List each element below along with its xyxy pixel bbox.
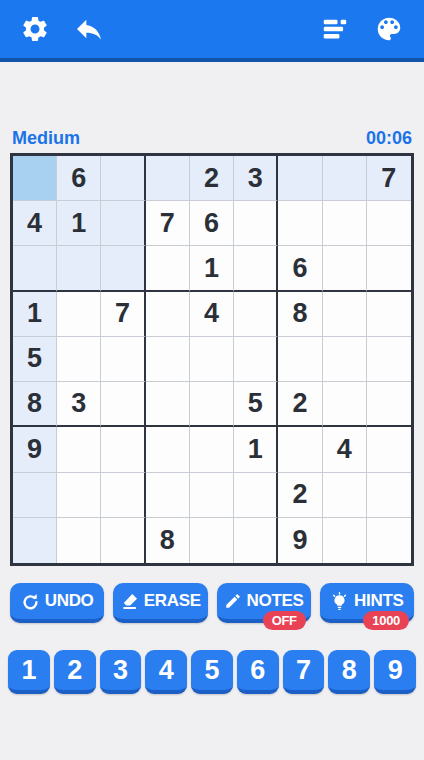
cell-r6c2[interactable]: 3 [57,382,101,427]
theme-button[interactable] [372,12,406,46]
cell-r7c4[interactable] [146,427,190,472]
cell-r7c2[interactable] [57,427,101,472]
numpad-key-1[interactable]: 1 [8,650,50,694]
cell-r1c5[interactable]: 2 [190,156,234,201]
pencil-icon [224,592,242,610]
cell-r9c6[interactable] [234,518,278,563]
sudoku-grid: 6237417616174858352914289 [10,153,414,566]
undo-button[interactable]: UNDO [10,583,104,623]
numpad-key-4[interactable]: 4 [145,650,187,694]
cell-r3c6[interactable] [234,246,278,291]
cell-r1c7[interactable] [278,156,322,201]
notes-label: NOTES [247,591,304,611]
cell-r2c1[interactable]: 4 [13,201,57,246]
cell-r4c1[interactable]: 1 [13,292,57,337]
cell-r5c4[interactable] [146,337,190,382]
gear-icon [20,14,50,44]
settings-button[interactable] [18,12,52,46]
cell-r8c9[interactable] [367,473,411,518]
cell-r5c5[interactable] [190,337,234,382]
cell-r4c8[interactable] [323,292,367,337]
stats-list-icon [320,14,350,44]
cell-r2c6[interactable] [234,201,278,246]
cell-r4c5[interactable]: 4 [190,292,234,337]
cell-r8c1[interactable] [13,473,57,518]
cell-r6c3[interactable] [101,382,145,427]
cell-r3c3[interactable] [101,246,145,291]
cell-r1c9[interactable]: 7 [367,156,411,201]
cell-r9c1[interactable] [13,518,57,563]
cell-r8c8[interactable] [323,473,367,518]
undo-icon [21,592,40,611]
cell-r8c4[interactable] [146,473,190,518]
cell-r5c7[interactable] [278,337,322,382]
app-bar [0,0,424,62]
notes-button[interactable]: NOTES OFF [217,583,311,623]
hints-button[interactable]: HINTS 1000 [320,583,414,623]
cell-r7c3[interactable] [101,427,145,472]
back-button[interactable] [72,12,106,46]
cell-r8c2[interactable] [57,473,101,518]
cell-r4c6[interactable] [234,292,278,337]
palette-icon [374,14,404,44]
cell-r7c5[interactable] [190,427,234,472]
hints-label: HINTS [354,591,404,611]
toolbar: UNDO ERASE NOTES OFF HINTS 1000 [10,583,414,623]
cell-r6c9[interactable] [367,382,411,427]
back-arrow-icon [73,13,105,45]
cell-r5c3[interactable] [101,337,145,382]
cell-r4c2[interactable] [57,292,101,337]
lightbulb-icon [330,592,349,611]
cell-r3c8[interactable] [323,246,367,291]
cell-r5c6[interactable] [234,337,278,382]
cell-r3c1[interactable] [13,246,57,291]
cell-r6c8[interactable] [323,382,367,427]
erase-label: ERASE [144,591,201,611]
cell-r2c7[interactable] [278,201,322,246]
cell-r4c3[interactable]: 7 [101,292,145,337]
numpad-key-2[interactable]: 2 [54,650,96,694]
cell-r9c9[interactable] [367,518,411,563]
difficulty-label: Medium [12,128,80,149]
cell-r1c8[interactable] [323,156,367,201]
cell-r6c4[interactable] [146,382,190,427]
cell-r7c9[interactable] [367,427,411,472]
cell-r3c5[interactable]: 1 [190,246,234,291]
cell-r2c3[interactable] [101,201,145,246]
cell-r5c9[interactable] [367,337,411,382]
cell-r8c5[interactable] [190,473,234,518]
cell-r1c4[interactable] [146,156,190,201]
cell-r5c8[interactable] [323,337,367,382]
numpad-key-6[interactable]: 6 [237,650,279,694]
cell-r2c9[interactable] [367,201,411,246]
cell-r5c2[interactable] [57,337,101,382]
cell-r5c1[interactable]: 5 [13,337,57,382]
cell-r1c3[interactable] [101,156,145,201]
cell-r3c4[interactable] [146,246,190,291]
cell-r4c4[interactable] [146,292,190,337]
cell-r2c4[interactable]: 7 [146,201,190,246]
numpad-key-3[interactable]: 3 [100,650,142,694]
cell-r9c8[interactable] [323,518,367,563]
numpad-key-7[interactable]: 7 [283,650,325,694]
cell-r9c5[interactable] [190,518,234,563]
cell-r2c8[interactable] [323,201,367,246]
cell-r8c3[interactable] [101,473,145,518]
cell-r9c7[interactable]: 9 [278,518,322,563]
cell-r6c6[interactable]: 5 [234,382,278,427]
eraser-icon [120,592,139,611]
cell-r7c1[interactable]: 9 [13,427,57,472]
cell-r1c6[interactable]: 3 [234,156,278,201]
numpad-key-9[interactable]: 9 [374,650,416,694]
timer-label: 00:06 [366,128,412,149]
cell-r1c1[interactable] [13,156,57,201]
status-bar: Medium 00:06 [12,128,412,149]
cell-r9c3[interactable] [101,518,145,563]
cell-r7c6[interactable]: 1 [234,427,278,472]
cell-r6c7[interactable]: 2 [278,382,322,427]
cell-r7c7[interactable] [278,427,322,472]
notes-badge: OFF [263,611,306,630]
cell-r2c5[interactable]: 6 [190,201,234,246]
cell-r8c6[interactable] [234,473,278,518]
cell-r8c7[interactable]: 2 [278,473,322,518]
cell-r3c7[interactable]: 6 [278,246,322,291]
cell-r9c2[interactable] [57,518,101,563]
stats-button[interactable] [318,12,352,46]
cell-r4c9[interactable] [367,292,411,337]
cell-r3c2[interactable] [57,246,101,291]
numpad-key-5[interactable]: 5 [191,650,233,694]
cell-r7c8[interactable]: 4 [323,427,367,472]
cell-r3c9[interactable] [367,246,411,291]
cell-r6c5[interactable] [190,382,234,427]
cell-r1c2[interactable]: 6 [57,156,101,201]
cell-r6c1[interactable]: 8 [13,382,57,427]
erase-button[interactable]: ERASE [113,583,207,623]
undo-label: UNDO [45,591,94,611]
number-pad: 123456789 [8,650,416,694]
cell-r2c2[interactable]: 1 [57,201,101,246]
cell-r4c7[interactable]: 8 [278,292,322,337]
numpad-key-8[interactable]: 8 [328,650,370,694]
hints-badge: 1000 [363,611,409,630]
cell-r9c4[interactable]: 8 [146,518,190,563]
